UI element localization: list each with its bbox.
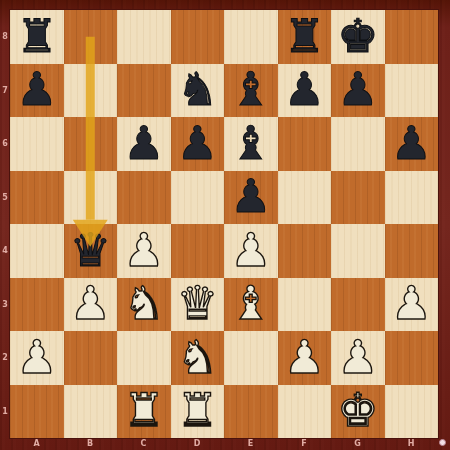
- black-rook-a8[interactable]: ♜: [16, 13, 57, 59]
- white-rook-d1[interactable]: ♜: [177, 387, 218, 433]
- white-pawn-b3[interactable]: ♟: [70, 280, 111, 326]
- black-pawn-c6[interactable]: ♟: [123, 120, 164, 166]
- square-f4[interactable]: [278, 224, 332, 278]
- square-g4[interactable]: [331, 224, 385, 278]
- square-e8[interactable]: [224, 10, 278, 64]
- rank-label-4: 4: [0, 224, 10, 278]
- white-pawn-h3[interactable]: ♟: [391, 280, 432, 326]
- square-c2[interactable]: [117, 331, 171, 385]
- file-label-b: B: [64, 437, 118, 450]
- rank-label-2: 2: [0, 331, 10, 385]
- square-a7[interactable]: ♟: [10, 64, 64, 118]
- white-queen-d3[interactable]: ♛: [177, 280, 218, 326]
- file-label-g: G: [331, 437, 385, 450]
- black-pawn-d6[interactable]: ♟: [177, 120, 218, 166]
- square-b2[interactable]: [64, 331, 118, 385]
- white-knight-d2[interactable]: ♞: [177, 334, 218, 380]
- square-b6[interactable]: [64, 117, 118, 171]
- white-rook-c1[interactable]: ♜: [123, 387, 164, 433]
- file-label-e: E: [224, 437, 278, 450]
- square-b8[interactable]: [64, 10, 118, 64]
- square-d4[interactable]: [171, 224, 225, 278]
- square-f1[interactable]: [278, 385, 332, 439]
- black-rook-f8[interactable]: ♜: [284, 13, 325, 59]
- square-h8[interactable]: [385, 10, 439, 64]
- white-to-move-indicator: [439, 439, 446, 446]
- square-c8[interactable]: [117, 10, 171, 64]
- square-g1[interactable]: ♚: [331, 385, 385, 439]
- black-bishop-e7[interactable]: ♝: [230, 66, 271, 112]
- square-e1[interactable]: [224, 385, 278, 439]
- square-d5[interactable]: [171, 171, 225, 225]
- square-f7[interactable]: ♟: [278, 64, 332, 118]
- black-pawn-a7[interactable]: ♟: [16, 66, 57, 112]
- black-pawn-h6[interactable]: ♟: [391, 120, 432, 166]
- chess-board: ♜♜♚♟♞♝♟♟♟♟♝♟♟♛♟♟♟♞♛♝♟♟♞♟♟♜♜♚: [10, 10, 438, 438]
- square-b4[interactable]: ♛: [64, 224, 118, 278]
- white-pawn-c4[interactable]: ♟: [123, 227, 164, 273]
- square-b7[interactable]: [64, 64, 118, 118]
- square-d1[interactable]: ♜: [171, 385, 225, 439]
- square-c7[interactable]: [117, 64, 171, 118]
- square-g6[interactable]: [331, 117, 385, 171]
- square-h3[interactable]: ♟: [385, 278, 439, 332]
- white-knight-c3[interactable]: ♞: [123, 280, 164, 326]
- square-a4[interactable]: [10, 224, 64, 278]
- square-f2[interactable]: ♟: [278, 331, 332, 385]
- file-labels: ABCDEFGH: [10, 437, 438, 450]
- square-g3[interactable]: [331, 278, 385, 332]
- file-label-h: H: [385, 437, 439, 450]
- square-h1[interactable]: [385, 385, 439, 439]
- square-c5[interactable]: [117, 171, 171, 225]
- black-bishop-e6[interactable]: ♝: [230, 120, 271, 166]
- square-e2[interactable]: [224, 331, 278, 385]
- white-pawn-a2[interactable]: ♟: [16, 334, 57, 380]
- square-b1[interactable]: [64, 385, 118, 439]
- rank-label-5: 5: [0, 171, 10, 225]
- square-h5[interactable]: [385, 171, 439, 225]
- white-pawn-f2[interactable]: ♟: [284, 334, 325, 380]
- square-f8[interactable]: ♜: [278, 10, 332, 64]
- square-g7[interactable]: ♟: [331, 64, 385, 118]
- square-d6[interactable]: ♟: [171, 117, 225, 171]
- black-pawn-f7[interactable]: ♟: [284, 66, 325, 112]
- square-e4[interactable]: ♟: [224, 224, 278, 278]
- white-pawn-e4[interactable]: ♟: [230, 227, 271, 273]
- square-a6[interactable]: [10, 117, 64, 171]
- square-g2[interactable]: ♟: [331, 331, 385, 385]
- rank-label-6: 6: [0, 117, 10, 171]
- square-h2[interactable]: [385, 331, 439, 385]
- square-d2[interactable]: ♞: [171, 331, 225, 385]
- black-queen-b4[interactable]: ♛: [70, 227, 111, 273]
- rank-label-7: 7: [0, 64, 10, 118]
- square-d7[interactable]: ♞: [171, 64, 225, 118]
- black-pawn-e5[interactable]: ♟: [230, 173, 271, 219]
- square-h6[interactable]: ♟: [385, 117, 439, 171]
- square-g5[interactable]: [331, 171, 385, 225]
- rank-label-3: 3: [0, 278, 10, 332]
- square-e7[interactable]: ♝: [224, 64, 278, 118]
- square-a1[interactable]: [10, 385, 64, 439]
- file-label-f: F: [278, 437, 332, 450]
- file-label-c: C: [117, 437, 171, 450]
- chess-board-frame: 87654321 ABCDEFGH ♜♜♚♟♞♝♟♟♟♟♝♟♟♛♟♟♟♞♛♝♟♟…: [0, 0, 450, 450]
- black-pawn-g7[interactable]: ♟: [337, 66, 378, 112]
- square-c3[interactable]: ♞: [117, 278, 171, 332]
- square-f3[interactable]: [278, 278, 332, 332]
- square-a2[interactable]: ♟: [10, 331, 64, 385]
- square-c4[interactable]: ♟: [117, 224, 171, 278]
- square-a8[interactable]: ♜: [10, 10, 64, 64]
- square-a5[interactable]: [10, 171, 64, 225]
- square-d3[interactable]: ♛: [171, 278, 225, 332]
- file-label-d: D: [171, 437, 225, 450]
- square-d8[interactable]: [171, 10, 225, 64]
- square-e6[interactable]: ♝: [224, 117, 278, 171]
- square-e5[interactable]: ♟: [224, 171, 278, 225]
- square-c1[interactable]: ♜: [117, 385, 171, 439]
- square-b3[interactable]: ♟: [64, 278, 118, 332]
- square-e3[interactable]: ♝: [224, 278, 278, 332]
- square-b5[interactable]: [64, 171, 118, 225]
- file-label-a: A: [10, 437, 64, 450]
- square-h4[interactable]: [385, 224, 439, 278]
- square-f6[interactable]: [278, 117, 332, 171]
- black-king-g8[interactable]: ♚: [337, 13, 378, 59]
- rank-labels: 87654321: [0, 10, 10, 438]
- white-pawn-g2[interactable]: ♟: [337, 334, 378, 380]
- rank-label-1: 1: [0, 385, 10, 439]
- white-king-g1[interactable]: ♚: [337, 387, 378, 433]
- square-c6[interactable]: ♟: [117, 117, 171, 171]
- rank-label-8: 8: [0, 10, 10, 64]
- square-g8[interactable]: ♚: [331, 10, 385, 64]
- square-h7[interactable]: [385, 64, 439, 118]
- square-a3[interactable]: [10, 278, 64, 332]
- square-f5[interactable]: [278, 171, 332, 225]
- white-bishop-e3[interactable]: ♝: [230, 280, 271, 326]
- black-knight-d7[interactable]: ♞: [177, 66, 218, 112]
